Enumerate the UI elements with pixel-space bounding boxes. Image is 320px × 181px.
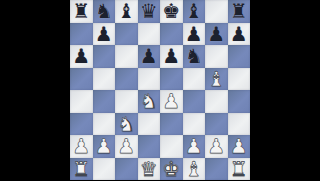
square-h1[interactable]: ♜ — [228, 158, 251, 181]
white-pawn-icon: ♟ — [207, 136, 225, 156]
square-h6[interactable] — [228, 45, 251, 68]
black-rook-icon: ♜ — [230, 1, 248, 21]
square-a8[interactable]: ♜ — [70, 0, 93, 23]
square-d7[interactable] — [138, 23, 161, 46]
square-e8[interactable]: ♚ — [160, 0, 183, 23]
square-g7[interactable]: ♟ — [205, 23, 228, 46]
square-h8[interactable]: ♜ — [228, 0, 251, 23]
white-pawn-icon: ♟ — [117, 136, 135, 156]
square-e7[interactable] — [160, 23, 183, 46]
square-g2[interactable]: ♟ — [205, 135, 228, 158]
white-knight-icon: ♞ — [140, 91, 158, 111]
square-c1[interactable] — [115, 158, 138, 181]
square-d1[interactable]: ♛ — [138, 158, 161, 181]
black-pawn-icon: ♟ — [95, 24, 113, 44]
square-g5[interactable]: ♝ — [205, 68, 228, 91]
square-c2[interactable]: ♟ — [115, 135, 138, 158]
white-pawn-icon: ♟ — [185, 136, 203, 156]
square-d6[interactable]: ♟ — [138, 45, 161, 68]
square-a6[interactable]: ♟ — [70, 45, 93, 68]
square-e1[interactable]: ♚ — [160, 158, 183, 181]
square-h4[interactable] — [228, 90, 251, 113]
square-e5[interactable] — [160, 68, 183, 91]
square-e3[interactable] — [160, 113, 183, 136]
square-a2[interactable]: ♟ — [70, 135, 93, 158]
black-pawn-icon: ♟ — [72, 46, 90, 66]
square-c8[interactable]: ♝ — [115, 0, 138, 23]
white-king-icon: ♚ — [162, 159, 180, 179]
square-b5[interactable] — [93, 68, 116, 91]
black-pawn-icon: ♟ — [140, 46, 158, 66]
square-e4[interactable]: ♟ — [160, 90, 183, 113]
square-d8[interactable]: ♛ — [138, 0, 161, 23]
white-pawn-icon: ♟ — [230, 136, 248, 156]
square-f7[interactable]: ♟ — [183, 23, 206, 46]
white-bishop-icon: ♝ — [185, 159, 203, 179]
square-a7[interactable] — [70, 23, 93, 46]
square-f3[interactable] — [183, 113, 206, 136]
black-pawn-icon: ♟ — [185, 24, 203, 44]
square-b3[interactable] — [93, 113, 116, 136]
black-bishop-icon: ♝ — [117, 1, 135, 21]
square-b8[interactable]: ♞ — [93, 0, 116, 23]
square-c7[interactable] — [115, 23, 138, 46]
square-f8[interactable]: ♝ — [183, 0, 206, 23]
chess-board: ♜♞♝♛♚♝♜♟♟♟♟♟♟♟♞♝♞♟♞♟♟♟♟♟♟♜♛♚♝♜ — [70, 0, 250, 180]
black-pawn-icon: ♟ — [207, 24, 225, 44]
black-king-icon: ♚ — [162, 1, 180, 21]
square-c5[interactable] — [115, 68, 138, 91]
white-rook-icon: ♜ — [230, 159, 248, 179]
square-g4[interactable] — [205, 90, 228, 113]
square-f4[interactable] — [183, 90, 206, 113]
square-c6[interactable] — [115, 45, 138, 68]
square-d4[interactable]: ♞ — [138, 90, 161, 113]
square-b1[interactable] — [93, 158, 116, 181]
black-knight-icon: ♞ — [95, 1, 113, 21]
white-rook-icon: ♜ — [72, 159, 90, 179]
square-g6[interactable] — [205, 45, 228, 68]
square-a3[interactable] — [70, 113, 93, 136]
square-g3[interactable] — [205, 113, 228, 136]
square-c3[interactable]: ♞ — [115, 113, 138, 136]
square-g1[interactable] — [205, 158, 228, 181]
white-pawn-icon: ♟ — [72, 136, 90, 156]
square-d5[interactable] — [138, 68, 161, 91]
white-pawn-icon: ♟ — [95, 136, 113, 156]
square-d2[interactable] — [138, 135, 161, 158]
black-knight-icon: ♞ — [185, 46, 203, 66]
square-e6[interactable]: ♟ — [160, 45, 183, 68]
square-e2[interactable] — [160, 135, 183, 158]
square-b4[interactable] — [93, 90, 116, 113]
white-pawn-icon: ♟ — [162, 91, 180, 111]
square-h5[interactable] — [228, 68, 251, 91]
square-f6[interactable]: ♞ — [183, 45, 206, 68]
white-queen-icon: ♛ — [140, 159, 158, 179]
square-a1[interactable]: ♜ — [70, 158, 93, 181]
square-f5[interactable] — [183, 68, 206, 91]
square-h2[interactable]: ♟ — [228, 135, 251, 158]
square-b7[interactable]: ♟ — [93, 23, 116, 46]
square-c4[interactable] — [115, 90, 138, 113]
square-a4[interactable] — [70, 90, 93, 113]
black-bishop-icon: ♝ — [185, 1, 203, 21]
square-b6[interactable] — [93, 45, 116, 68]
square-b2[interactable]: ♟ — [93, 135, 116, 158]
white-knight-icon: ♞ — [117, 114, 135, 134]
letterbox-right — [250, 0, 320, 180]
black-rook-icon: ♜ — [72, 1, 90, 21]
white-bishop-icon: ♝ — [207, 69, 225, 89]
black-pawn-icon: ♟ — [162, 46, 180, 66]
square-h3[interactable] — [228, 113, 251, 136]
square-f2[interactable]: ♟ — [183, 135, 206, 158]
black-pawn-icon: ♟ — [230, 24, 248, 44]
square-h7[interactable]: ♟ — [228, 23, 251, 46]
square-g8[interactable] — [205, 0, 228, 23]
square-a5[interactable] — [70, 68, 93, 91]
video-frame: ♜♞♝♛♚♝♜♟♟♟♟♟♟♟♞♝♞♟♞♟♟♟♟♟♟♜♛♚♝♜ — [0, 0, 320, 180]
square-d3[interactable] — [138, 113, 161, 136]
black-queen-icon: ♛ — [140, 1, 158, 21]
square-f1[interactable]: ♝ — [183, 158, 206, 181]
letterbox-left — [0, 0, 70, 180]
